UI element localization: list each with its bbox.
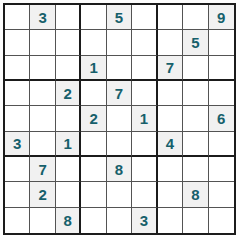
sudoku-cell-r9c3: 8 (56, 208, 81, 233)
sudoku-cell-r1c8[interactable] (183, 5, 208, 30)
sudoku-cell-r8c7[interactable] (158, 182, 183, 207)
sudoku-cell-r2c6[interactable] (132, 30, 157, 55)
sudoku-cell-r6c4[interactable] (81, 132, 106, 157)
sudoku-cell-r4c9[interactable] (209, 81, 234, 106)
sudoku-cell-r9c2[interactable] (30, 208, 55, 233)
sudoku-cell-r7c6[interactable] (132, 157, 157, 182)
sudoku-cell-r8c6[interactable] (132, 182, 157, 207)
sudoku-cell-r7c9[interactable] (209, 157, 234, 182)
sudoku-cell-r7c7[interactable] (158, 157, 183, 182)
sudoku-cell-r2c9[interactable] (209, 30, 234, 55)
sudoku-cell-r6c3: 1 (56, 132, 81, 157)
sudoku-cell-r2c4[interactable] (81, 30, 106, 55)
sudoku-cell-r8c3[interactable] (56, 182, 81, 207)
sudoku-cell-r2c8: 5 (183, 30, 208, 55)
sudoku-cell-r9c7[interactable] (158, 208, 183, 233)
sudoku-cell-r1c7[interactable] (158, 5, 183, 30)
sudoku-cell-r1c4[interactable] (81, 5, 106, 30)
sudoku-cell-r4c8[interactable] (183, 81, 208, 106)
sudoku-cell-r3c2[interactable] (30, 56, 55, 81)
sudoku-cell-r3c5[interactable] (107, 56, 132, 81)
sudoku-cell-r7c4[interactable] (81, 157, 106, 182)
sudoku-cell-r5c9: 6 (209, 106, 234, 131)
sudoku-cell-r7c3[interactable] (56, 157, 81, 182)
sudoku-cell-r6c8[interactable] (183, 132, 208, 157)
sudoku-cell-r1c2: 3 (30, 5, 55, 30)
sudoku-board: 35951727216314782883 (3, 3, 236, 235)
sudoku-cell-r3c1[interactable] (5, 56, 30, 81)
sudoku-cell-r9c9[interactable] (209, 208, 234, 233)
sudoku-cell-r6c9[interactable] (209, 132, 234, 157)
sudoku-cell-r7c2: 7 (30, 157, 55, 182)
sudoku-cell-r4c4[interactable] (81, 81, 106, 106)
sudoku-cell-r6c5[interactable] (107, 132, 132, 157)
sudoku-cell-r2c7[interactable] (158, 30, 183, 55)
sudoku-cell-r8c5[interactable] (107, 182, 132, 207)
sudoku-cell-r1c1[interactable] (5, 5, 30, 30)
sudoku-cell-r5c1[interactable] (5, 106, 30, 131)
sudoku-cell-r3c4: 1 (81, 56, 106, 81)
sudoku-cell-r5c6: 1 (132, 106, 157, 131)
sudoku-cell-r9c5[interactable] (107, 208, 132, 233)
sudoku-cell-r7c8[interactable] (183, 157, 208, 182)
sudoku-cell-r6c2[interactable] (30, 132, 55, 157)
sudoku-cell-r3c9[interactable] (209, 56, 234, 81)
sudoku-cell-r4c5: 7 (107, 81, 132, 106)
sudoku-cell-r4c7[interactable] (158, 81, 183, 106)
sudoku-cell-r8c9[interactable] (209, 182, 234, 207)
sudoku-cell-r2c1[interactable] (5, 30, 30, 55)
sudoku-cell-r1c9: 9 (209, 5, 234, 30)
sudoku-cell-r8c1[interactable] (5, 182, 30, 207)
sudoku-cell-r2c3[interactable] (56, 30, 81, 55)
sudoku-cell-r2c2[interactable] (30, 30, 55, 55)
sudoku-cell-r1c5: 5 (107, 5, 132, 30)
sudoku-cell-r5c8[interactable] (183, 106, 208, 131)
sudoku-cell-r4c6[interactable] (132, 81, 157, 106)
sudoku-cell-r4c2[interactable] (30, 81, 55, 106)
sudoku-cell-r7c1[interactable] (5, 157, 30, 182)
sudoku-cell-r4c1[interactable] (5, 81, 30, 106)
sudoku-cell-r3c8[interactable] (183, 56, 208, 81)
sudoku-cell-r8c8: 8 (183, 182, 208, 207)
sudoku-cell-r9c4[interactable] (81, 208, 106, 233)
sudoku-cell-r5c5[interactable] (107, 106, 132, 131)
sudoku-cell-r9c8[interactable] (183, 208, 208, 233)
sudoku-cell-r1c3[interactable] (56, 5, 81, 30)
sudoku-cell-r6c1: 3 (5, 132, 30, 157)
sudoku-cell-r3c6[interactable] (132, 56, 157, 81)
sudoku-cell-r5c4: 2 (81, 106, 106, 131)
sudoku-cell-r3c7: 7 (158, 56, 183, 81)
sudoku-cell-r1c6[interactable] (132, 5, 157, 30)
sudoku-cell-r2c5[interactable] (107, 30, 132, 55)
sudoku-cell-r9c1[interactable] (5, 208, 30, 233)
sudoku-cell-r8c2: 2 (30, 182, 55, 207)
sudoku-cell-r6c6[interactable] (132, 132, 157, 157)
sudoku-cell-r6c7: 4 (158, 132, 183, 157)
sudoku-cell-r8c4[interactable] (81, 182, 106, 207)
sudoku-cell-r7c5: 8 (107, 157, 132, 182)
sudoku-cell-r9c6: 3 (132, 208, 157, 233)
sudoku-cell-r5c3[interactable] (56, 106, 81, 131)
sudoku-cell-r4c3: 2 (56, 81, 81, 106)
sudoku-cell-r5c7[interactable] (158, 106, 183, 131)
sudoku-cell-r5c2[interactable] (30, 106, 55, 131)
sudoku-cell-r3c3[interactable] (56, 56, 81, 81)
